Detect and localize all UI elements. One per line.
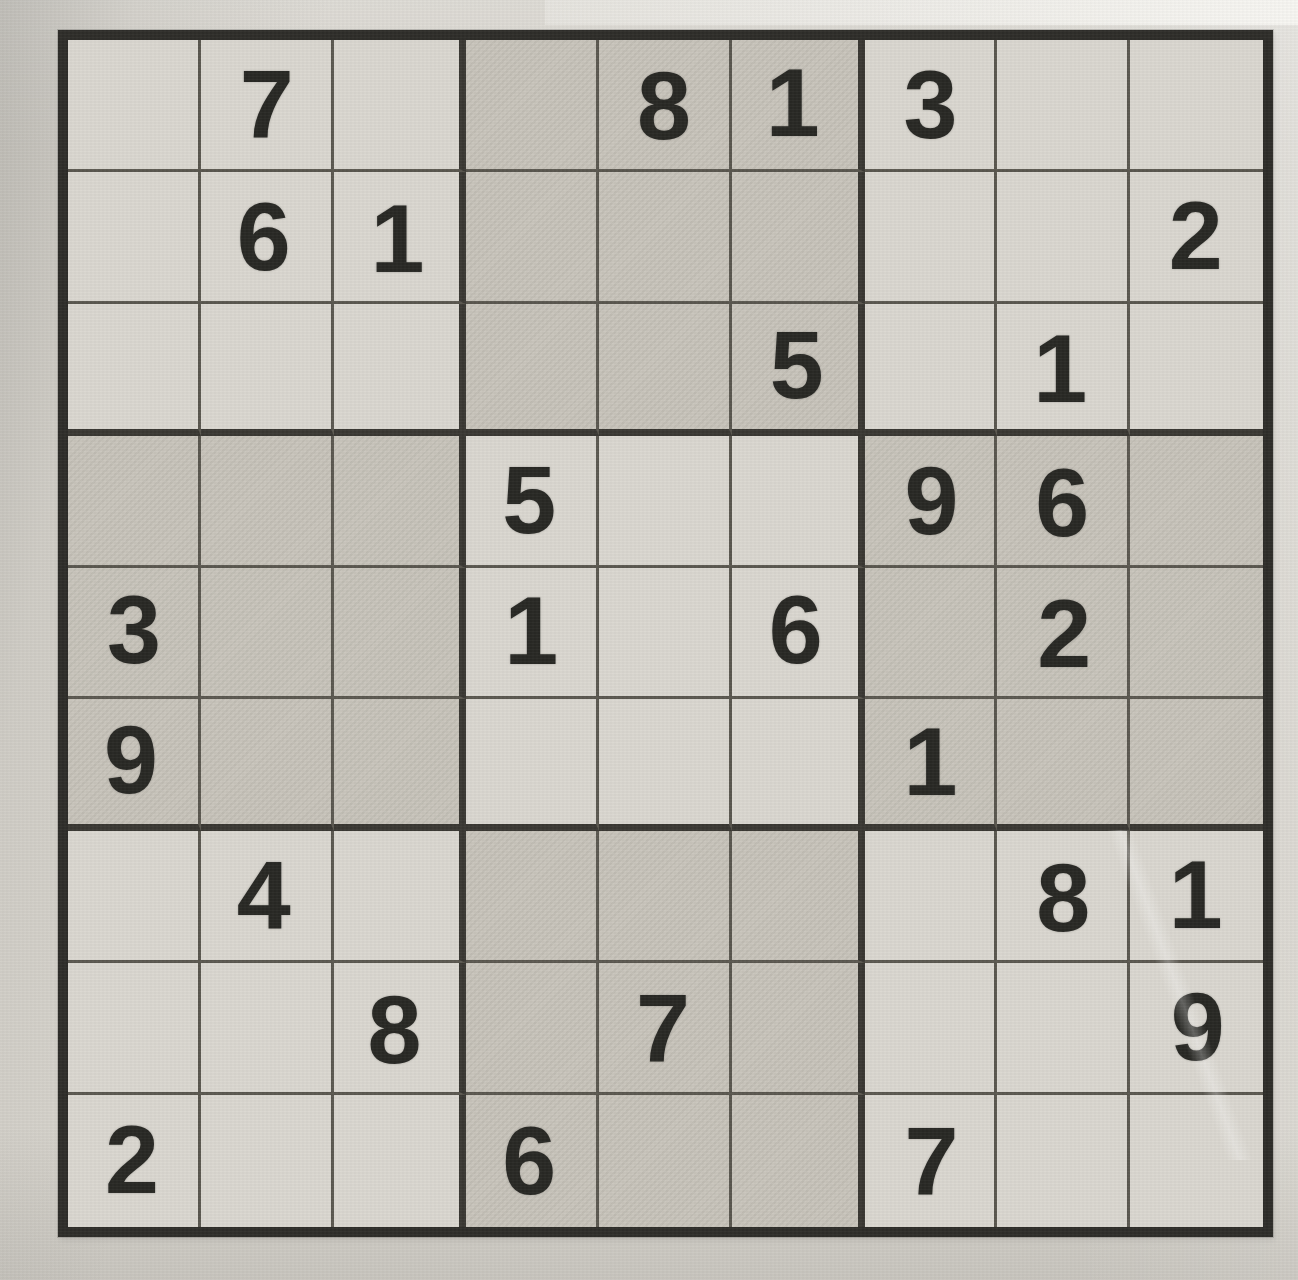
cell-r9c7[interactable]: 7 <box>865 1095 998 1227</box>
given-digit: 3 <box>107 581 161 678</box>
given-digit: 6 <box>237 188 291 285</box>
cell-r1c3[interactable] <box>334 40 467 172</box>
given-digit: 1 <box>370 190 424 287</box>
cell-r7c5[interactable] <box>599 831 732 963</box>
cell-r2c3[interactable]: 1 <box>334 172 467 304</box>
given-digit: 1 <box>504 582 558 679</box>
cell-r4c1[interactable] <box>68 436 201 568</box>
given-digit: 9 <box>1171 978 1225 1075</box>
cell-r3c9[interactable] <box>1130 304 1263 436</box>
cell-r5c1[interactable]: 3 <box>68 568 201 700</box>
given-digit: 6 <box>1035 454 1089 551</box>
cell-r4c3[interactable] <box>334 436 467 568</box>
cell-r2c7[interactable] <box>865 172 998 304</box>
cell-r6c6[interactable] <box>732 699 865 831</box>
cell-r1c4[interactable] <box>466 40 599 172</box>
cell-r6c8[interactable] <box>997 699 1130 831</box>
cell-r7c3[interactable] <box>334 831 467 963</box>
given-digit: 8 <box>1036 849 1090 946</box>
cell-r9c6[interactable] <box>732 1095 865 1227</box>
cell-r6c9[interactable] <box>1130 699 1263 831</box>
given-digit: 5 <box>770 316 824 413</box>
given-digit: 4 <box>237 847 291 944</box>
cell-r5c9[interactable] <box>1130 568 1263 700</box>
cell-r7c4[interactable] <box>466 831 599 963</box>
cell-r2c8[interactable] <box>997 172 1130 304</box>
cell-r9c8[interactable] <box>997 1095 1130 1227</box>
cell-r4c8[interactable]: 6 <box>997 436 1130 568</box>
given-digit: 3 <box>904 56 958 153</box>
given-digit: 8 <box>367 981 421 1078</box>
cell-r4c2[interactable] <box>201 436 334 568</box>
cell-r4c5[interactable] <box>599 436 732 568</box>
cell-r2c1[interactable] <box>68 172 201 304</box>
cell-r1c5[interactable]: 8 <box>599 40 732 172</box>
cell-r7c2[interactable]: 4 <box>201 831 334 963</box>
given-digit: 6 <box>502 1112 556 1209</box>
sudoku-board: 781361251596316291481879267 <box>58 30 1273 1237</box>
cell-r4c6[interactable] <box>732 436 865 568</box>
cell-r6c3[interactable] <box>334 699 467 831</box>
cell-r8c4[interactable] <box>466 963 599 1095</box>
printed-sudoku-photo: { "game": "sudoku", "grid_size": 9, "pos… <box>0 0 1298 1280</box>
given-digit: 8 <box>637 57 691 154</box>
given-digit: 9 <box>905 452 959 549</box>
cell-r8c7[interactable] <box>865 963 998 1095</box>
given-digit: 5 <box>502 451 556 548</box>
cell-r5c5[interactable] <box>599 568 732 700</box>
cell-r6c5[interactable] <box>599 699 732 831</box>
cell-r3c4[interactable] <box>466 304 599 436</box>
given-digit: 1 <box>766 54 820 151</box>
cell-r5c8[interactable]: 2 <box>997 568 1130 700</box>
cell-r8c2[interactable] <box>201 963 334 1095</box>
given-digit: 7 <box>905 1113 959 1210</box>
given-digit: 1 <box>1033 320 1087 417</box>
given-digit: 7 <box>240 56 294 153</box>
cell-r7c7[interactable] <box>865 831 998 963</box>
cell-r2c9[interactable]: 2 <box>1130 172 1263 304</box>
cell-r2c2[interactable]: 6 <box>201 172 334 304</box>
cell-r6c4[interactable] <box>466 699 599 831</box>
given-digit: 2 <box>1169 187 1223 284</box>
cell-r1c2[interactable]: 7 <box>201 40 334 172</box>
cell-r8c6[interactable] <box>732 963 865 1095</box>
cell-r3c3[interactable] <box>334 304 467 436</box>
cell-r3c6[interactable]: 5 <box>732 304 865 436</box>
given-digit: 1 <box>1169 846 1223 943</box>
cell-r3c5[interactable] <box>599 304 732 436</box>
cell-r3c7[interactable] <box>865 304 998 436</box>
cell-r6c2[interactable] <box>201 699 334 831</box>
cell-r2c4[interactable] <box>466 172 599 304</box>
cell-r7c8[interactable]: 8 <box>997 831 1130 963</box>
cell-r5c4[interactable]: 1 <box>466 568 599 700</box>
cell-r1c8[interactable] <box>997 40 1130 172</box>
cell-r5c2[interactable] <box>201 568 334 700</box>
cell-r4c4[interactable]: 5 <box>466 436 599 568</box>
given-digit: 9 <box>104 711 158 808</box>
cell-r4c7[interactable]: 9 <box>865 436 998 568</box>
cell-r5c7[interactable] <box>865 568 998 700</box>
given-digit: 6 <box>769 581 823 678</box>
cell-r8c5[interactable]: 7 <box>599 963 732 1095</box>
cell-r5c3[interactable] <box>334 568 467 700</box>
cell-r8c8[interactable] <box>997 963 1130 1095</box>
cell-r1c6[interactable]: 1 <box>732 40 865 172</box>
given-digit: 7 <box>636 980 690 1077</box>
cell-r5c6[interactable]: 6 <box>732 568 865 700</box>
given-digit: 2 <box>1037 585 1091 682</box>
cell-r8c3[interactable]: 8 <box>334 963 467 1095</box>
cell-r9c3[interactable] <box>334 1095 467 1227</box>
cell-r9c9[interactable] <box>1130 1095 1263 1227</box>
cell-r8c9[interactable]: 9 <box>1130 963 1263 1095</box>
cell-r7c9[interactable]: 1 <box>1130 831 1263 963</box>
cell-r1c7[interactable]: 3 <box>865 40 998 172</box>
cell-r1c1[interactable] <box>68 40 201 172</box>
given-digit: 2 <box>105 1111 159 1208</box>
given-digit: 1 <box>904 713 958 810</box>
cell-r3c1[interactable] <box>68 304 201 436</box>
cell-r6c1[interactable]: 9 <box>68 699 201 831</box>
cell-r3c8[interactable]: 1 <box>997 304 1130 436</box>
cell-r7c1[interactable] <box>68 831 201 963</box>
cell-r9c1[interactable]: 2 <box>68 1095 201 1227</box>
cell-r7c6[interactable] <box>732 831 865 963</box>
cell-r2c6[interactable] <box>732 172 865 304</box>
cell-r8c1[interactable] <box>68 963 201 1095</box>
cell-r9c2[interactable] <box>201 1095 334 1227</box>
cell-r2c5[interactable] <box>599 172 732 304</box>
cell-r4c9[interactable] <box>1130 436 1263 568</box>
cell-r3c2[interactable] <box>201 304 334 436</box>
cell-r9c5[interactable] <box>599 1095 732 1227</box>
cell-r9c4[interactable]: 6 <box>466 1095 599 1227</box>
paper-highlight-strip <box>545 0 1298 25</box>
cell-r1c9[interactable] <box>1130 40 1263 172</box>
cell-r6c7[interactable]: 1 <box>865 699 998 831</box>
